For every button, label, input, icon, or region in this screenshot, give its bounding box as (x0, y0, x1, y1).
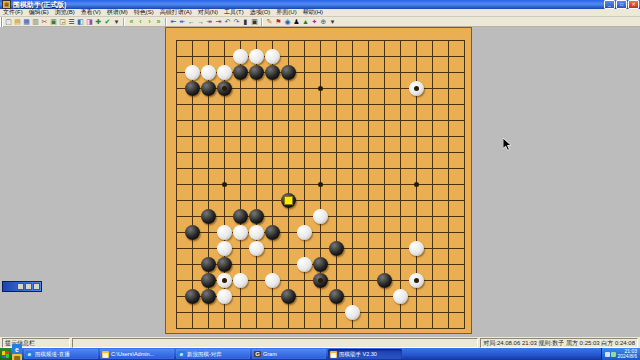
star-point (222, 182, 227, 187)
taskbar: e▤ e围棋频道-直播▤C:\Users\Admin...e新浪围棋-对弈GGr… (0, 348, 640, 360)
white-stone (185, 65, 200, 80)
task-buttons: e围棋频道-直播▤C:\Users\Admin...e新浪围棋-对弈GGram▦… (22, 349, 402, 359)
menu-item[interactable]: 对局(N) (195, 9, 221, 16)
paste-icon[interactable]: ◲ (58, 17, 67, 26)
tree-view-icon[interactable]: ◧ (76, 17, 85, 26)
white-stone (233, 225, 248, 240)
menu-bar: 文件(F)编辑(E)浏览(B)查看(V)棋谱(M)特色(S)高级打谱(A)对局(… (0, 9, 640, 17)
toolbar: ▢▤▦▥✂▣◲☰◧◨✚✔▾«‹›»⇤↞←→↠⇥↶↷▮▣✎⚑◉♟▲✦⊕▾ (0, 17, 640, 27)
check-icon[interactable]: ✔ (103, 17, 112, 26)
toolbar-grip (0, 17, 3, 27)
black-stone (201, 273, 216, 288)
star-tool-icon[interactable]: ✦ (310, 17, 319, 26)
white-stone (217, 289, 232, 304)
stop-icon[interactable]: ▣ (250, 17, 259, 26)
menu-item[interactable]: 查看(V) (78, 9, 104, 16)
star-point (222, 86, 227, 91)
minimized-child-window[interactable] (2, 281, 42, 292)
system-tray: 21:03 2024/8/6 (601, 348, 640, 360)
task-button-icon: ▤ (102, 351, 109, 358)
star-point (318, 86, 323, 91)
menu-item[interactable]: 工具(T) (221, 9, 247, 16)
menu-item[interactable]: 界面(U) (273, 9, 299, 16)
next-move-icon[interactable]: › (145, 17, 154, 26)
taskbar-clock: 21:03 2024/8/6 (618, 349, 637, 360)
more-icon[interactable]: ▾ (328, 17, 337, 26)
maximize-button[interactable]: □ (616, 0, 627, 9)
white-stone (313, 209, 328, 224)
menu-item[interactable]: 浏览(B) (52, 9, 78, 16)
star-point (318, 182, 323, 187)
black-stone (329, 241, 344, 256)
edit-pen-icon[interactable]: ✎ (265, 17, 274, 26)
last-move-marker (284, 196, 293, 205)
taskbar-button[interactable]: ▤C:\Users\Admin... (100, 349, 174, 359)
status-middle-panel (72, 338, 478, 348)
toolbar-separator (261, 18, 263, 26)
taskbar-button[interactable]: GGram (252, 349, 326, 359)
target-icon[interactable]: ◉ (283, 17, 292, 26)
maximize-icon[interactable] (25, 283, 32, 290)
status-bar: 提示信息栏 对局:24.08.06 21:03 规则:数子 黑方 0:25:03… (0, 337, 640, 348)
black-stone (249, 65, 264, 80)
volume-tray-icon[interactable] (605, 352, 610, 357)
start-button[interactable] (0, 348, 11, 360)
white-stone (265, 273, 280, 288)
star-point (414, 182, 419, 187)
white-stone (265, 49, 280, 64)
black-stone (201, 289, 216, 304)
white-stone (233, 49, 248, 64)
task-button-icon: e (26, 351, 33, 357)
white-stone (409, 241, 424, 256)
task-button-label: 新浪围棋-对弈 (187, 351, 248, 358)
black-stone (281, 193, 296, 208)
flag-icon[interactable]: ⚑ (274, 17, 283, 26)
white-stone (249, 49, 264, 64)
windows-logo-icon (2, 351, 9, 358)
cut-icon[interactable]: ✂ (40, 17, 49, 26)
taskbar-button[interactable]: ▦围棋助手 V2.30 (328, 349, 402, 359)
dropdown-icon[interactable]: ▾ (112, 17, 121, 26)
task-button-icon: e (178, 351, 185, 357)
menu-item[interactable]: 文件(F) (0, 9, 26, 16)
go-board[interactable] (165, 27, 472, 334)
white-stone (249, 241, 264, 256)
black-stone (185, 225, 200, 240)
black-stone (313, 257, 328, 272)
black-stone (281, 289, 296, 304)
clock-date: 2024/8/6 (618, 354, 637, 360)
task-button-label: Gram (263, 351, 324, 357)
quick-launch: e▤ (11, 344, 22, 360)
board-setup-icon[interactable]: ☰ (67, 17, 76, 26)
black-stone (377, 273, 392, 288)
star-point (222, 278, 227, 283)
task-button-icon: ▦ (330, 351, 337, 358)
black-stone (265, 65, 280, 80)
black-stone (201, 209, 216, 224)
white-stone (217, 241, 232, 256)
close-icon[interactable] (33, 283, 40, 290)
minimize-button[interactable]: _ (604, 0, 615, 9)
forward-1-icon[interactable]: → (196, 17, 205, 26)
status-right-panel: 对局:24.08.06 21:03 规则:数子 黑方 0:25:03 白方 0:… (480, 338, 638, 348)
taskbar-button[interactable]: e新浪围棋-对弈 (176, 349, 250, 359)
black-stone (265, 225, 280, 240)
task-button-icon: G (254, 351, 261, 357)
client-area (0, 27, 640, 337)
black-stone (233, 209, 248, 224)
go-last-icon[interactable]: ⇥ (214, 17, 223, 26)
white-stone (345, 305, 360, 320)
menu-item[interactable]: 帮助(H) (300, 9, 326, 16)
white-stone (297, 257, 312, 272)
black-stone (185, 289, 200, 304)
white-stone (393, 289, 408, 304)
folder-quicklaunch-icon[interactable]: ▤ (12, 354, 22, 360)
forward-10-icon[interactable]: ↠ (205, 17, 214, 26)
tray-icons (605, 352, 616, 357)
task-button-label: C:\Users\Admin... (111, 351, 172, 357)
task-button-label: 围棋助手 V2.30 (339, 351, 400, 358)
fast-rewind-icon[interactable]: « (127, 17, 136, 26)
territory-icon[interactable]: ⊕ (319, 17, 328, 26)
task-button-label: 围棋频道-直播 (35, 351, 96, 358)
white-stone (249, 225, 264, 240)
black-stone (185, 81, 200, 96)
open-file-icon[interactable]: ▤ (13, 17, 22, 26)
new-file-icon[interactable]: ▢ (4, 17, 13, 26)
piece-icon[interactable]: ♟ (292, 17, 301, 26)
black-stone (201, 81, 216, 96)
menu-item[interactable]: 编辑(E) (26, 9, 52, 16)
star-point (318, 278, 323, 283)
menu-item[interactable]: 高级打谱(A) (157, 9, 195, 16)
back-1-icon[interactable]: ← (187, 17, 196, 26)
taskbar-button[interactable]: e围棋频道-直播 (24, 349, 98, 359)
app-icon: ▦ (2, 0, 11, 9)
close-button[interactable]: ✕ (628, 0, 639, 9)
menu-item[interactable]: 特色(S) (131, 9, 157, 16)
black-stone (249, 209, 264, 224)
menu-item[interactable]: 棋谱(M) (104, 9, 131, 16)
star-point (414, 278, 419, 283)
white-stone (217, 225, 232, 240)
black-stone (201, 257, 216, 272)
title-bar: ▦ 围棋助手(正式版) _ □ ✕ (0, 0, 640, 9)
copy-icon[interactable]: ▣ (49, 17, 58, 26)
back-10-icon[interactable]: ↞ (178, 17, 187, 26)
white-stone (233, 273, 248, 288)
ie-quicklaunch-icon[interactable]: e (12, 344, 22, 354)
fast-forward-icon[interactable]: » (154, 17, 163, 26)
toolbar-separator (165, 18, 167, 26)
toolbar-separator (123, 18, 125, 26)
restore-icon[interactable] (17, 283, 24, 290)
app-window: ▦ 围棋助手(正式版) _ □ ✕ 文件(F)编辑(E)浏览(B)查看(V)棋谱… (0, 0, 640, 360)
white-stone (217, 65, 232, 80)
black-stone (281, 65, 296, 80)
white-stone (201, 65, 216, 80)
pause-icon[interactable]: ▮ (241, 17, 250, 26)
save-icon[interactable]: ▦ (22, 17, 31, 26)
redo-icon[interactable]: ↷ (232, 17, 241, 26)
black-stone (233, 65, 248, 80)
analyze-icon[interactable]: ▲ (301, 17, 310, 26)
star-point (414, 86, 419, 91)
white-stone (297, 225, 312, 240)
menu-item[interactable]: 选项(O) (247, 9, 274, 16)
prev-move-icon[interactable]: ‹ (136, 17, 145, 26)
add-icon[interactable]: ✚ (94, 17, 103, 26)
black-stone (329, 289, 344, 304)
undo-icon[interactable]: ↶ (223, 17, 232, 26)
black-stone (217, 257, 232, 272)
mouse-cursor (503, 137, 512, 155)
game-info-icon[interactable]: ◨ (85, 17, 94, 26)
go-first-icon[interactable]: ⇤ (169, 17, 178, 26)
network-tray-icon[interactable] (611, 352, 616, 357)
print-icon[interactable]: ▥ (31, 17, 40, 26)
